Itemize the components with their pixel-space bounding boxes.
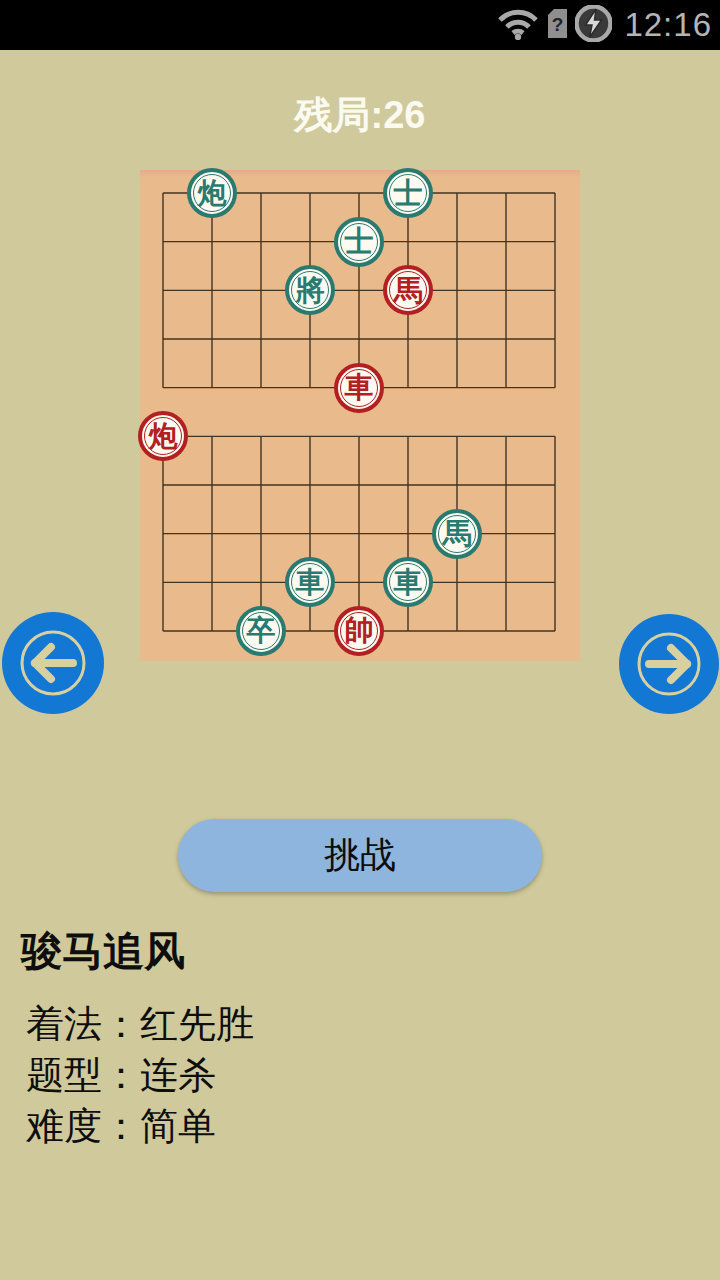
page-title: 残局:26	[0, 90, 720, 141]
wifi-icon	[496, 7, 540, 44]
piece-red-車-4-4[interactable]: 車	[334, 363, 384, 413]
status-bar: ? 12:16	[0, 0, 720, 50]
previous-puzzle-button[interactable]	[2, 612, 104, 714]
puzzle-info: 骏马追风 着法：红先胜 题型：连杀 难度：简单	[21, 924, 699, 1152]
arrow-right-icon	[619, 614, 719, 714]
piece-black-馬-6-7[interactable]: 馬	[432, 509, 482, 559]
sim-question-icon: ?	[546, 8, 569, 43]
piece-black-車-3-8[interactable]: 車	[285, 557, 335, 607]
next-puzzle-button[interactable]	[619, 614, 719, 714]
arrow-left-icon	[2, 612, 104, 714]
puzzle-type-line: 题型：连杀	[26, 1050, 699, 1101]
piece-black-炮-1-0[interactable]: 炮	[187, 168, 237, 218]
puzzle-moves-line: 着法：红先胜	[26, 999, 699, 1050]
piece-black-士-5-0[interactable]: 士	[383, 168, 433, 218]
puzzle-difficulty-line: 难度：简单	[26, 1101, 699, 1152]
puzzle-name: 骏马追风	[21, 924, 699, 979]
challenge-button[interactable]: 挑战	[178, 819, 542, 892]
piece-black-車-5-8[interactable]: 車	[383, 557, 433, 607]
battery-charging-icon	[575, 5, 612, 46]
piece-red-炮-0-5[interactable]: 炮	[138, 411, 188, 461]
piece-layer: 炮士士將馬車炮馬車車卒帥	[139, 169, 580, 656]
piece-black-卒-2-9[interactable]: 卒	[236, 606, 286, 656]
piece-black-將-3-2[interactable]: 將	[285, 265, 335, 315]
piece-red-帥-4-9[interactable]: 帥	[334, 606, 384, 656]
piece-black-士-4-1[interactable]: 士	[334, 217, 384, 267]
svg-text:?: ?	[552, 14, 564, 35]
status-clock: 12:16	[624, 6, 712, 44]
xiangqi-board[interactable]: 炮士士將馬車炮馬車車卒帥	[140, 170, 580, 661]
piece-red-馬-5-2[interactable]: 馬	[383, 265, 433, 315]
puzzle-details: 着法：红先胜 题型：连杀 难度：简单	[26, 999, 699, 1152]
